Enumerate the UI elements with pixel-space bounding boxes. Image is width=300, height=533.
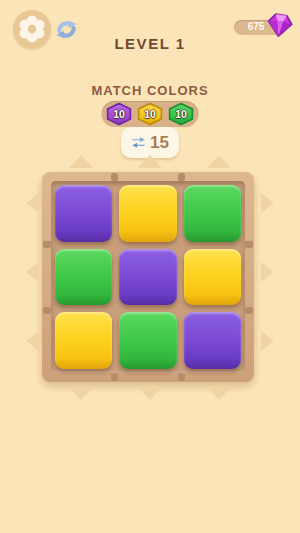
shift-arrow-down-col1[interactable] bbox=[69, 387, 93, 400]
game-board bbox=[42, 172, 254, 382]
board-grid bbox=[51, 181, 245, 373]
swap-arrows-icon bbox=[131, 136, 146, 149]
frame-groove bbox=[43, 241, 51, 248]
shift-arrow-right-row1[interactable] bbox=[261, 193, 274, 213]
shift-arrow-down-col3[interactable] bbox=[207, 387, 231, 400]
frame-groove bbox=[43, 307, 51, 314]
cell-r3c2 bbox=[119, 312, 176, 369]
target-count-yellow: 10 bbox=[144, 108, 156, 120]
cell-r2c1 bbox=[55, 249, 112, 306]
shift-arrow-left-row1[interactable] bbox=[26, 193, 39, 213]
shift-arrow-up-col1[interactable] bbox=[69, 155, 93, 168]
cell-r2c2 bbox=[119, 249, 176, 306]
cell-r1c2 bbox=[119, 185, 176, 242]
target-badges-pill: 10 10 10 bbox=[102, 101, 199, 127]
gem-counter[interactable]: 675 bbox=[234, 12, 296, 42]
tile-green-r1c3[interactable] bbox=[184, 185, 241, 242]
cell-r1c1 bbox=[55, 185, 112, 242]
cell-r3c3 bbox=[184, 312, 241, 369]
objective-title: MATCH COLORS bbox=[0, 83, 300, 98]
tile-yellow-r2c3[interactable] bbox=[184, 249, 241, 306]
magenta-diamond-gem-icon bbox=[263, 10, 296, 45]
shift-arrow-up-col3[interactable] bbox=[207, 155, 231, 168]
shift-arrow-left-row3[interactable] bbox=[26, 331, 39, 351]
tile-yellow-r1c2[interactable] bbox=[119, 185, 176, 242]
tile-green-r3c2[interactable] bbox=[119, 312, 176, 369]
shift-arrow-right-row3[interactable] bbox=[261, 331, 274, 351]
frame-groove bbox=[178, 173, 185, 181]
moves-left: 15 bbox=[150, 133, 169, 153]
tile-yellow-r3c1[interactable] bbox=[55, 312, 112, 369]
cell-r1c3 bbox=[184, 185, 241, 242]
tile-purple-r1c1[interactable] bbox=[55, 185, 112, 242]
tile-purple-r3c3[interactable] bbox=[184, 312, 241, 369]
cell-r2c3 bbox=[184, 249, 241, 306]
tile-green-r2c1[interactable] bbox=[55, 249, 112, 306]
tile-purple-r2c2[interactable] bbox=[119, 249, 176, 306]
target-badge-purple: 10 bbox=[106, 103, 133, 126]
frame-groove bbox=[245, 241, 253, 248]
target-badge-yellow: 10 bbox=[137, 103, 164, 126]
cell-r3c1 bbox=[55, 312, 112, 369]
target-count-purple: 10 bbox=[113, 108, 125, 120]
moves-counter: 15 bbox=[121, 127, 179, 158]
shift-arrow-left-row2[interactable] bbox=[26, 262, 39, 282]
target-count-green: 10 bbox=[175, 108, 187, 120]
frame-groove bbox=[111, 173, 118, 181]
shift-arrow-down-col2[interactable] bbox=[138, 387, 162, 400]
shift-arrow-right-row2[interactable] bbox=[261, 262, 274, 282]
frame-groove bbox=[111, 373, 118, 381]
target-badge-green: 10 bbox=[168, 103, 195, 126]
frame-groove bbox=[245, 307, 253, 314]
frame-groove bbox=[178, 373, 185, 381]
